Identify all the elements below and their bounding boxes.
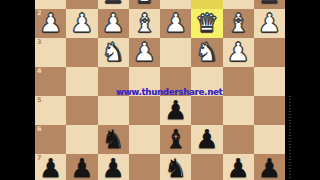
- square-d7[interactable]: ♞: [160, 154, 191, 180]
- square-h6[interactable]: 6: [35, 125, 66, 154]
- piece-black-pawn-h7[interactable]: ♟: [39, 154, 62, 180]
- piece-white-pawn-f2[interactable]: ♟: [101, 9, 124, 38]
- square-a6[interactable]: [254, 125, 285, 154]
- piece-black-pawn-f7[interactable]: ♟: [101, 154, 124, 180]
- square-a5[interactable]: [254, 96, 285, 125]
- piece-white-rook-f1[interactable]: ♜: [101, 0, 124, 9]
- square-f1[interactable]: ♜: [98, 0, 129, 9]
- piece-black-pawn-c6[interactable]: ♟: [195, 125, 218, 154]
- piece-white-queen-c2[interactable]: ♛: [195, 9, 218, 38]
- piece-black-knight-f6[interactable]: ♞: [101, 125, 124, 154]
- piece-white-bishop-b2[interactable]: ♝: [226, 9, 249, 38]
- piece-black-knight-d7[interactable]: ♞: [164, 154, 187, 180]
- square-g3[interactable]: [66, 38, 97, 67]
- rank-label-7: 7: [37, 154, 42, 162]
- square-a7[interactable]: ♟: [254, 154, 285, 180]
- square-g6[interactable]: [66, 125, 97, 154]
- square-e5[interactable]: [129, 96, 160, 125]
- square-f6[interactable]: ♞: [98, 125, 129, 154]
- square-b3[interactable]: ♟: [223, 38, 254, 67]
- piece-white-pawn-g2[interactable]: ♟: [70, 9, 93, 38]
- piece-black-pawn-d5[interactable]: ♟: [164, 96, 187, 125]
- square-f3[interactable]: ♞: [98, 38, 129, 67]
- square-b4[interactable]: [223, 67, 254, 96]
- rank-label-4: 4: [37, 67, 42, 75]
- square-h1[interactable]: [35, 0, 66, 9]
- square-e3[interactable]: ♟: [129, 38, 160, 67]
- square-a2[interactable]: ♟: [254, 9, 285, 38]
- square-a3[interactable]: [254, 38, 285, 67]
- piece-white-knight-c3[interactable]: ♞: [195, 38, 218, 67]
- square-b5[interactable]: [223, 96, 254, 125]
- square-g4[interactable]: [66, 67, 97, 96]
- rank-label-3: 3: [37, 38, 42, 46]
- piece-white-knight-f3[interactable]: ♞: [101, 38, 124, 67]
- piece-black-bishop-d6[interactable]: ♝: [164, 125, 187, 154]
- square-e7[interactable]: [129, 154, 160, 180]
- piece-white-pawn-e3[interactable]: ♟: [133, 38, 156, 67]
- square-g2[interactable]: ♟: [66, 9, 97, 38]
- square-c2[interactable]: ♛: [191, 9, 222, 38]
- square-h7[interactable]: 7♟: [35, 154, 66, 180]
- square-c7[interactable]: [191, 154, 222, 180]
- square-b2[interactable]: ♝: [223, 9, 254, 38]
- piece-white-rook-a1[interactable]: ♜: [258, 0, 281, 9]
- square-b6[interactable]: [223, 125, 254, 154]
- square-d3[interactable]: [160, 38, 191, 67]
- square-h3[interactable]: 3: [35, 38, 66, 67]
- square-g7[interactable]: ♟: [66, 154, 97, 180]
- square-f7[interactable]: ♟: [98, 154, 129, 180]
- square-e6[interactable]: [129, 125, 160, 154]
- square-f5[interactable]: [98, 96, 129, 125]
- piece-white-pawn-b3[interactable]: ♟: [226, 38, 249, 67]
- left-pillarbox-bar: [0, 0, 35, 180]
- rank-label-2: 2: [37, 9, 42, 17]
- square-d2[interactable]: ♟: [160, 9, 191, 38]
- piece-black-pawn-a7[interactable]: ♟: [258, 154, 281, 180]
- square-c1[interactable]: [191, 0, 222, 9]
- square-b1[interactable]: [223, 0, 254, 9]
- rank-label-6: 6: [37, 125, 42, 133]
- piece-white-pawn-h2[interactable]: ♟: [39, 9, 62, 38]
- square-d1[interactable]: [160, 0, 191, 9]
- square-b7[interactable]: ♟: [223, 154, 254, 180]
- video-noise-artifact: [289, 96, 291, 180]
- video-frame: ♜♚♜2♟♟♟♝♟♛♝♟3♞♟♞♟45♟6♞♝♟7♟♟♟♞♟♟ www.thun…: [0, 0, 320, 180]
- piece-black-pawn-b7[interactable]: ♟: [226, 154, 249, 180]
- square-f2[interactable]: ♟: [98, 9, 129, 38]
- square-e1[interactable]: ♚: [129, 0, 160, 9]
- piece-white-king-e1[interactable]: ♚: [133, 0, 156, 9]
- square-a4[interactable]: [254, 67, 285, 96]
- piece-white-bishop-e2[interactable]: ♝: [133, 9, 156, 38]
- square-c6[interactable]: ♟: [191, 125, 222, 154]
- square-h5[interactable]: 5: [35, 96, 66, 125]
- watermark-text: www.thundershare.net: [116, 87, 222, 97]
- square-d6[interactable]: ♝: [160, 125, 191, 154]
- square-g1[interactable]: [66, 0, 97, 9]
- square-e2[interactable]: ♝: [129, 9, 160, 38]
- rank-label-5: 5: [37, 96, 42, 104]
- piece-white-pawn-a2[interactable]: ♟: [258, 9, 281, 38]
- piece-black-pawn-g7[interactable]: ♟: [70, 154, 93, 180]
- square-g5[interactable]: [66, 96, 97, 125]
- square-c5[interactable]: [191, 96, 222, 125]
- square-a1[interactable]: ♜: [254, 0, 285, 9]
- square-c3[interactable]: ♞: [191, 38, 222, 67]
- piece-white-pawn-d2[interactable]: ♟: [164, 9, 187, 38]
- square-h4[interactable]: 4: [35, 67, 66, 96]
- square-d5[interactable]: ♟: [160, 96, 191, 125]
- square-h2[interactable]: 2♟: [35, 9, 66, 38]
